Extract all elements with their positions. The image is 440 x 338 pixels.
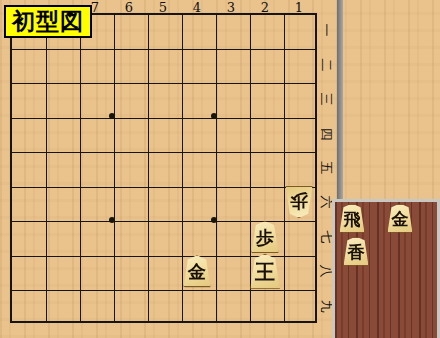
grid-line-vertical — [46, 15, 47, 321]
piece-kanji: 飛 — [344, 208, 361, 231]
file-label-4: 4 — [188, 0, 206, 15]
star-point — [109, 217, 115, 223]
piece-kanji: 歩 — [290, 189, 308, 213]
file-label-2: 2 — [256, 0, 274, 15]
piece-kanji: 歩 — [256, 226, 274, 250]
piece-kanji: 金 — [188, 260, 206, 284]
grid-line-horizontal — [12, 290, 315, 291]
rank-label-3: 三 — [318, 90, 334, 108]
rank-label-5: 五 — [318, 159, 334, 177]
grid-line-horizontal — [12, 49, 315, 50]
piece-kanji: 王 — [255, 259, 275, 286]
grid-line-horizontal — [12, 187, 315, 188]
file-label-3: 3 — [222, 0, 240, 15]
grid-line-vertical — [114, 15, 115, 321]
grid-line-horizontal — [12, 118, 315, 119]
piece-kanji: 香 — [348, 241, 365, 264]
file-label-6: 6 — [120, 0, 138, 15]
rank-label-1: 一 — [318, 21, 334, 39]
grid-line-horizontal — [12, 221, 315, 222]
grid-line-vertical — [80, 15, 81, 321]
rank-label-2: 二 — [318, 56, 334, 74]
rank-label-4: 四 — [318, 125, 334, 143]
file-label-5: 5 — [154, 0, 172, 15]
star-point — [211, 217, 217, 223]
diagram-title: 初型図 — [4, 5, 92, 38]
grid-line-horizontal — [12, 83, 315, 84]
grid-line-horizontal — [12, 152, 315, 153]
grid-line-vertical — [182, 15, 183, 321]
grid-line-vertical — [250, 15, 251, 321]
file-label-1: 1 — [290, 0, 308, 15]
piece-kanji: 金 — [392, 208, 409, 231]
grid-line-vertical — [284, 15, 285, 321]
grid-line-vertical — [148, 15, 149, 321]
grid-line-vertical — [216, 15, 217, 321]
shogi-diagram: 7654321一二三四五六七八九 初型図 歩歩王金飛金香 — [0, 0, 440, 338]
